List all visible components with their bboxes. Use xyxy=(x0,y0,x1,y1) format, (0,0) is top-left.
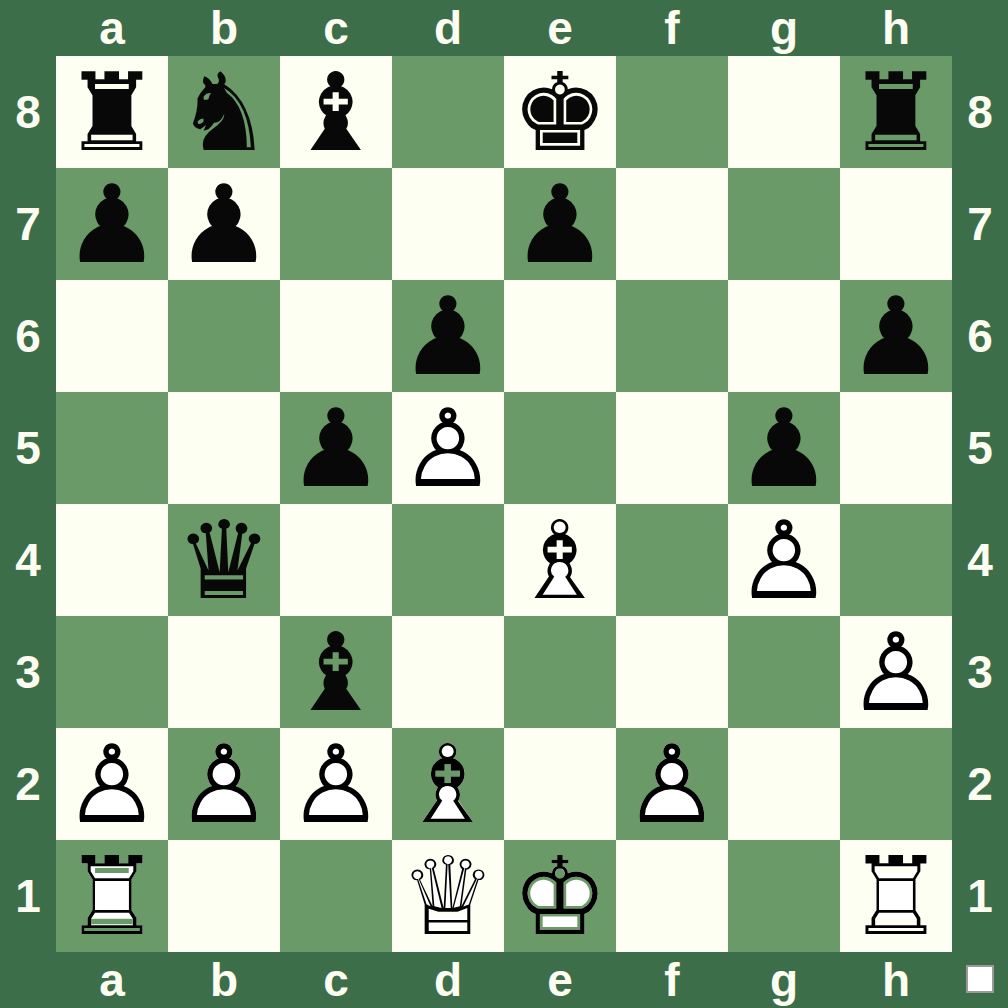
square-b1[interactable] xyxy=(168,840,280,952)
file-label-d: d xyxy=(392,952,504,1008)
file-label-g: g xyxy=(728,0,840,56)
square-c7[interactable] xyxy=(280,168,392,280)
square-e7[interactable]: ♟ xyxy=(504,168,616,280)
square-h8[interactable]: ♜ xyxy=(840,56,952,168)
square-b8[interactable]: ♞ xyxy=(168,56,280,168)
square-b5[interactable] xyxy=(168,392,280,504)
white-pawn-outline: ♙ xyxy=(392,392,504,504)
square-g3[interactable] xyxy=(728,616,840,728)
square-c6[interactable] xyxy=(280,280,392,392)
rank-label-3: 3 xyxy=(952,616,1008,728)
square-c4[interactable] xyxy=(280,504,392,616)
file-label-d: d xyxy=(392,0,504,56)
rank-labels-left: 87654321 xyxy=(0,56,56,952)
square-d5[interactable]: ♟♙ xyxy=(392,392,504,504)
piece-black-rook[interactable]: ♜ xyxy=(840,56,952,168)
white-rook-outline: ♖ xyxy=(840,840,952,952)
piece-black-pawn[interactable]: ♟ xyxy=(280,392,392,504)
square-a6[interactable] xyxy=(56,280,168,392)
square-e1[interactable]: ♚♔ xyxy=(504,840,616,952)
piece-white-bishop[interactable]: ♝♗ xyxy=(504,504,616,616)
file-label-e: e xyxy=(504,952,616,1008)
white-rook-outline: ♖ xyxy=(56,840,168,952)
white-pawn-outline: ♙ xyxy=(280,728,392,840)
rank-label-8: 8 xyxy=(952,56,1008,168)
rank-label-2: 2 xyxy=(0,728,56,840)
square-d3[interactable] xyxy=(392,616,504,728)
piece-black-king[interactable]: ♚ xyxy=(504,56,616,168)
square-g5[interactable]: ♟ xyxy=(728,392,840,504)
square-c8[interactable]: ♝ xyxy=(280,56,392,168)
white-pawn-outline: ♙ xyxy=(616,728,728,840)
square-f1[interactable] xyxy=(616,840,728,952)
black-rook-glyph: ♜ xyxy=(56,56,168,168)
piece-black-pawn[interactable]: ♟ xyxy=(56,168,168,280)
rank-label-6: 6 xyxy=(952,280,1008,392)
file-label-h: h xyxy=(840,0,952,56)
square-g4[interactable]: ♟♙ xyxy=(728,504,840,616)
square-h7[interactable] xyxy=(840,168,952,280)
chess-board: ♜♞♝♚♜♟♟♟♟♟♟♟♙♟♛♝♗♟♙♝♟♙♟♙♟♙♟♙♝♗♟♙♜♖♛♕♚♔♜♖ xyxy=(56,56,952,952)
square-a3[interactable] xyxy=(56,616,168,728)
square-h5[interactable] xyxy=(840,392,952,504)
square-g1[interactable] xyxy=(728,840,840,952)
white-pawn-outline: ♙ xyxy=(728,504,840,616)
square-d4[interactable] xyxy=(392,504,504,616)
square-d8[interactable] xyxy=(392,56,504,168)
file-labels-bottom: abcdefgh xyxy=(56,952,952,1008)
square-d1[interactable]: ♛♕ xyxy=(392,840,504,952)
black-pawn-glyph: ♟ xyxy=(168,168,280,280)
square-g6[interactable] xyxy=(728,280,840,392)
rank-label-8: 8 xyxy=(0,56,56,168)
piece-black-pawn[interactable]: ♟ xyxy=(504,168,616,280)
square-h4[interactable] xyxy=(840,504,952,616)
square-a8[interactable]: ♜ xyxy=(56,56,168,168)
file-label-a: a xyxy=(56,0,168,56)
piece-white-pawn[interactable]: ♟♙ xyxy=(616,728,728,840)
black-rook-glyph: ♜ xyxy=(840,56,952,168)
piece-black-knight[interactable]: ♞ xyxy=(168,56,280,168)
white-bishop-outline: ♗ xyxy=(392,728,504,840)
rank-label-5: 5 xyxy=(952,392,1008,504)
black-pawn-glyph: ♟ xyxy=(392,280,504,392)
rank-label-7: 7 xyxy=(0,168,56,280)
square-e3[interactable] xyxy=(504,616,616,728)
file-label-f: f xyxy=(616,952,728,1008)
piece-white-bishop[interactable]: ♝♗ xyxy=(392,728,504,840)
square-b3[interactable] xyxy=(168,616,280,728)
square-f8[interactable] xyxy=(616,56,728,168)
square-h3[interactable]: ♟♙ xyxy=(840,616,952,728)
square-a7[interactable]: ♟ xyxy=(56,168,168,280)
square-a1[interactable]: ♜♖ xyxy=(56,840,168,952)
piece-white-pawn[interactable]: ♟♙ xyxy=(280,728,392,840)
square-d7[interactable] xyxy=(392,168,504,280)
square-g7[interactable] xyxy=(728,168,840,280)
square-e6[interactable] xyxy=(504,280,616,392)
white-king-outline: ♔ xyxy=(504,840,616,952)
rank-label-3: 3 xyxy=(0,616,56,728)
file-label-f: f xyxy=(616,0,728,56)
square-d2[interactable]: ♝♗ xyxy=(392,728,504,840)
square-h1[interactable]: ♜♖ xyxy=(840,840,952,952)
file-label-a: a xyxy=(56,952,168,1008)
rank-label-1: 1 xyxy=(0,840,56,952)
rank-label-1: 1 xyxy=(952,840,1008,952)
piece-white-pawn[interactable]: ♟♙ xyxy=(168,728,280,840)
piece-black-bishop[interactable]: ♝ xyxy=(280,616,392,728)
file-label-g: g xyxy=(728,952,840,1008)
piece-black-pawn[interactable]: ♟ xyxy=(728,392,840,504)
file-labels-top: abcdefgh xyxy=(56,0,952,56)
rank-label-4: 4 xyxy=(0,504,56,616)
white-pawn-outline: ♙ xyxy=(840,616,952,728)
piece-white-pawn[interactable]: ♟♙ xyxy=(728,504,840,616)
square-c5[interactable]: ♟ xyxy=(280,392,392,504)
square-c3[interactable]: ♝ xyxy=(280,616,392,728)
black-bishop-glyph: ♝ xyxy=(280,56,392,168)
piece-white-king[interactable]: ♚♔ xyxy=(504,840,616,952)
piece-white-rook[interactable]: ♜♖ xyxy=(840,840,952,952)
black-pawn-glyph: ♟ xyxy=(728,392,840,504)
piece-white-pawn[interactable]: ♟♙ xyxy=(56,728,168,840)
piece-white-pawn[interactable]: ♟♙ xyxy=(392,392,504,504)
square-e8[interactable]: ♚ xyxy=(504,56,616,168)
square-b2[interactable]: ♟♙ xyxy=(168,728,280,840)
piece-black-queen[interactable]: ♛ xyxy=(168,504,280,616)
black-knight-glyph: ♞ xyxy=(168,56,280,168)
square-e4[interactable]: ♝♗ xyxy=(504,504,616,616)
rank-label-6: 6 xyxy=(0,280,56,392)
piece-black-rook[interactable]: ♜ xyxy=(56,56,168,168)
square-f6[interactable] xyxy=(616,280,728,392)
rank-label-4: 4 xyxy=(952,504,1008,616)
square-a5[interactable] xyxy=(56,392,168,504)
piece-white-rook[interactable]: ♜♖ xyxy=(56,840,168,952)
piece-black-pawn[interactable]: ♟ xyxy=(168,168,280,280)
file-label-b: b xyxy=(168,952,280,1008)
piece-black-bishop[interactable]: ♝ xyxy=(280,56,392,168)
black-bishop-glyph: ♝ xyxy=(280,616,392,728)
rank-label-2: 2 xyxy=(952,728,1008,840)
rank-labels-right: 87654321 xyxy=(952,56,1008,952)
square-h6[interactable]: ♟ xyxy=(840,280,952,392)
file-label-h: h xyxy=(840,952,952,1008)
black-pawn-glyph: ♟ xyxy=(280,392,392,504)
file-label-e: e xyxy=(504,0,616,56)
square-f3[interactable] xyxy=(616,616,728,728)
square-a4[interactable] xyxy=(56,504,168,616)
file-label-c: c xyxy=(280,0,392,56)
file-label-b: b xyxy=(168,0,280,56)
rank-label-5: 5 xyxy=(0,392,56,504)
square-g8[interactable] xyxy=(728,56,840,168)
piece-white-queen[interactable]: ♛♕ xyxy=(392,840,504,952)
white-bishop-outline: ♗ xyxy=(504,504,616,616)
square-e2[interactable] xyxy=(504,728,616,840)
chess-diagram: abcdefgh 87654321 ♜♞♝♚♜♟♟♟♟♟♟♟♙♟♛♝♗♟♙♝♟♙… xyxy=(0,0,1008,1008)
square-f5[interactable] xyxy=(616,392,728,504)
square-b4[interactable]: ♛ xyxy=(168,504,280,616)
square-c1[interactable] xyxy=(280,840,392,952)
square-b6[interactable] xyxy=(168,280,280,392)
square-a2[interactable]: ♟♙ xyxy=(56,728,168,840)
white-pawn-outline: ♙ xyxy=(168,728,280,840)
black-pawn-glyph: ♟ xyxy=(504,168,616,280)
square-h2[interactable] xyxy=(840,728,952,840)
black-queen-glyph: ♛ xyxy=(168,504,280,616)
square-d6[interactable]: ♟ xyxy=(392,280,504,392)
rank-label-7: 7 xyxy=(952,168,1008,280)
square-e5[interactable] xyxy=(504,392,616,504)
square-g2[interactable] xyxy=(728,728,840,840)
piece-black-pawn[interactable]: ♟ xyxy=(392,280,504,392)
square-b7[interactable]: ♟ xyxy=(168,168,280,280)
piece-white-pawn[interactable]: ♟♙ xyxy=(840,616,952,728)
black-king-glyph: ♚ xyxy=(504,56,616,168)
square-c2[interactable]: ♟♙ xyxy=(280,728,392,840)
black-pawn-glyph: ♟ xyxy=(840,280,952,392)
white-to-move-indicator xyxy=(966,965,994,993)
white-queen-outline: ♕ xyxy=(392,840,504,952)
square-f4[interactable] xyxy=(616,504,728,616)
file-label-c: c xyxy=(280,952,392,1008)
black-pawn-glyph: ♟ xyxy=(56,168,168,280)
square-f2[interactable]: ♟♙ xyxy=(616,728,728,840)
white-pawn-outline: ♙ xyxy=(56,728,168,840)
square-f7[interactable] xyxy=(616,168,728,280)
piece-black-pawn[interactable]: ♟ xyxy=(840,280,952,392)
